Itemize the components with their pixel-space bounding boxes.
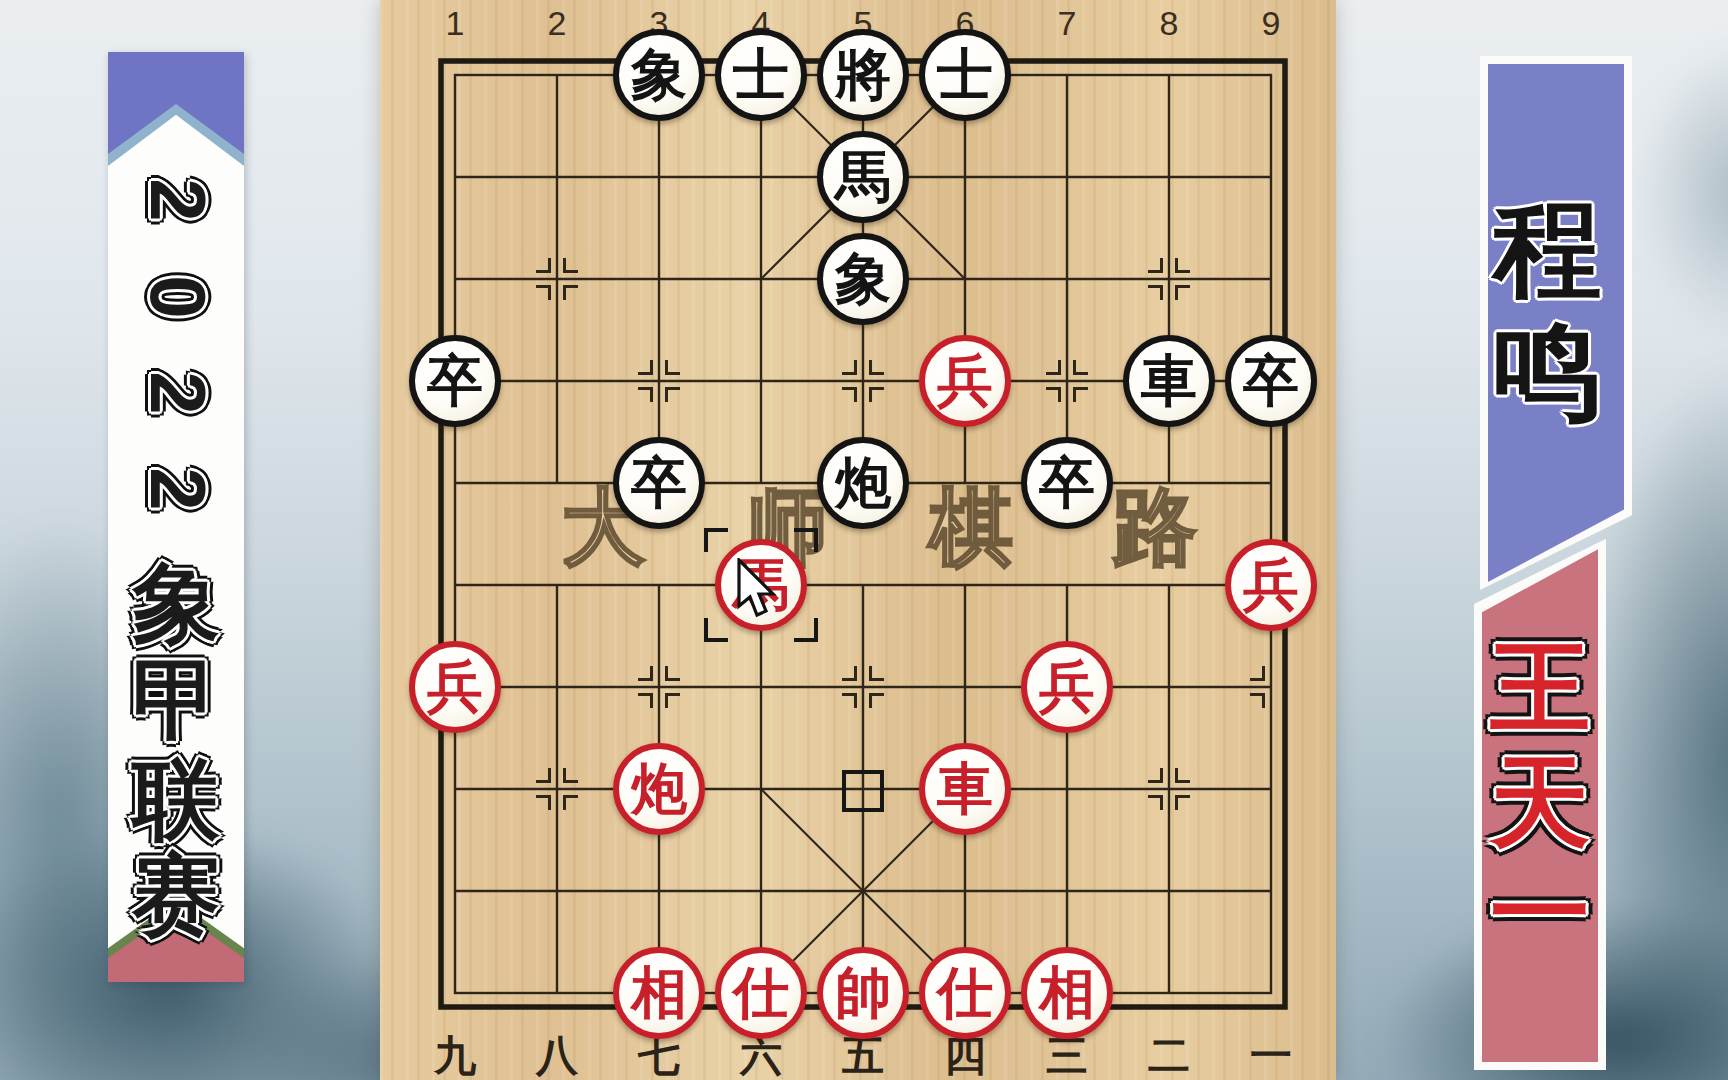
point-marker	[665, 666, 680, 681]
file-label-top: 9	[1262, 4, 1281, 43]
last-move-from-marker	[842, 770, 884, 812]
piece-red-xiang[interactable]: 相	[1021, 947, 1113, 1039]
broadcast-frame: 123456789九八七六五四三二一大师棋路象士將士馬象卒車卒卒炮卒兵馬兵兵兵炮…	[0, 0, 1728, 1080]
watermark-char: 路	[1113, 471, 1197, 585]
event-year-digit: 2	[132, 178, 223, 221]
point-marker	[536, 795, 551, 810]
event-year-digit: 2	[132, 371, 223, 414]
piece-red-shi[interactable]: 仕	[715, 947, 807, 1039]
piece-red-pao[interactable]: 炮	[613, 743, 705, 835]
piece-char: 兵	[1039, 659, 1095, 715]
mouse-cursor-icon	[735, 558, 781, 624]
file-label-top: 1	[446, 4, 465, 43]
piece-char: 兵	[937, 353, 993, 409]
last-move-to-bracket	[704, 528, 728, 552]
point-marker	[1175, 258, 1190, 273]
piece-black-zu[interactable]: 卒	[1021, 437, 1113, 529]
file-label-top: 7	[1058, 4, 1077, 43]
piece-black-xiang[interactable]: 象	[613, 29, 705, 121]
file-label-bottom: 二	[1148, 1028, 1190, 1080]
point-marker	[1175, 768, 1190, 783]
piece-char: 仕	[733, 965, 789, 1021]
point-marker	[1073, 387, 1088, 402]
point-marker	[563, 795, 578, 810]
piece-char: 炮	[835, 455, 891, 511]
piece-char: 將	[835, 47, 891, 103]
piece-black-zu[interactable]: 卒	[613, 437, 705, 529]
piece-black-pao[interactable]: 炮	[817, 437, 909, 529]
piece-char: 卒	[1039, 455, 1095, 511]
point-marker	[665, 693, 680, 708]
piece-black-ju[interactable]: 車	[1123, 335, 1215, 427]
piece-char: 馬	[835, 149, 891, 205]
point-marker	[638, 666, 653, 681]
piece-red-xiang[interactable]: 相	[613, 947, 705, 1039]
piece-char: 兵	[427, 659, 483, 715]
point-marker	[638, 387, 653, 402]
piece-char: 帥	[835, 965, 891, 1021]
point-marker	[842, 360, 857, 375]
piece-char: 象	[835, 251, 891, 307]
piece-char: 車	[1141, 353, 1197, 409]
piece-red-shi[interactable]: 仕	[919, 947, 1011, 1039]
piece-red-ju[interactable]: 車	[919, 743, 1011, 835]
piece-char: 相	[1039, 965, 1095, 1021]
point-marker	[563, 258, 578, 273]
point-marker	[665, 360, 680, 375]
last-move-to-bracket	[704, 618, 728, 642]
last-move-to-bracket	[794, 618, 818, 642]
file-label-top: 8	[1160, 4, 1179, 43]
file-label-top: 2	[548, 4, 567, 43]
event-year-digit: 2	[132, 467, 223, 510]
piece-char: 卒	[631, 455, 687, 511]
piece-black-xiang[interactable]: 象	[817, 233, 909, 325]
piece-black-ma[interactable]: 馬	[817, 131, 909, 223]
piece-black-zu[interactable]: 卒	[1225, 335, 1317, 427]
point-marker	[563, 768, 578, 783]
event-year-digit: 0	[132, 275, 223, 318]
point-marker	[1046, 387, 1061, 402]
point-marker	[536, 285, 551, 300]
piece-black-zu[interactable]: 卒	[409, 335, 501, 427]
event-banner-top-chevron	[108, 52, 244, 154]
piece-char: 象	[631, 47, 687, 103]
event-name-char: 赛	[132, 836, 220, 955]
point-marker	[536, 258, 551, 273]
point-marker	[1148, 795, 1163, 810]
piece-char: 車	[937, 761, 993, 817]
piece-char: 仕	[937, 965, 993, 1021]
point-marker	[536, 768, 551, 783]
file-label-bottom: 九	[434, 1028, 476, 1080]
piece-black-jiang[interactable]: 將	[817, 29, 909, 121]
point-marker	[1073, 360, 1088, 375]
point-marker	[1148, 258, 1163, 273]
point-marker	[1046, 360, 1061, 375]
point-marker	[1148, 285, 1163, 300]
piece-char: 卒	[1243, 353, 1299, 409]
point-marker	[869, 360, 884, 375]
piece-red-bing[interactable]: 兵	[919, 335, 1011, 427]
point-marker	[1250, 693, 1265, 708]
file-label-bottom: 一	[1250, 1028, 1292, 1080]
piece-char: 炮	[631, 761, 687, 817]
point-marker	[1148, 768, 1163, 783]
point-marker	[563, 285, 578, 300]
piece-red-bing[interactable]: 兵	[1225, 539, 1317, 631]
last-move-to-bracket	[794, 528, 818, 552]
watermark-char: 棋	[929, 471, 1013, 585]
point-marker	[1175, 795, 1190, 810]
black-player-name-char: 鸣	[1493, 299, 1601, 445]
point-marker	[869, 693, 884, 708]
point-marker	[665, 387, 680, 402]
piece-black-shi[interactable]: 士	[919, 29, 1011, 121]
piece-char: 卒	[427, 353, 483, 409]
point-marker	[842, 387, 857, 402]
point-marker	[1175, 285, 1190, 300]
file-label-bottom: 八	[536, 1028, 578, 1080]
piece-red-bing[interactable]: 兵	[409, 641, 501, 733]
point-marker	[842, 666, 857, 681]
point-marker	[638, 360, 653, 375]
piece-red-bing[interactable]: 兵	[1021, 641, 1113, 733]
piece-char: 相	[631, 965, 687, 1021]
red-player-name-char: 一	[1490, 847, 1590, 982]
point-marker	[842, 693, 857, 708]
point-marker	[869, 387, 884, 402]
event-banner: 2 0 2 2 象 甲 联 赛	[108, 52, 244, 982]
point-marker	[1250, 666, 1265, 681]
point-marker	[869, 666, 884, 681]
piece-black-shi[interactable]: 士	[715, 29, 807, 121]
piece-char: 士	[937, 47, 993, 103]
piece-red-shuai[interactable]: 帥	[817, 947, 909, 1039]
point-marker	[638, 693, 653, 708]
piece-char: 兵	[1243, 557, 1299, 613]
piece-char: 士	[733, 47, 789, 103]
